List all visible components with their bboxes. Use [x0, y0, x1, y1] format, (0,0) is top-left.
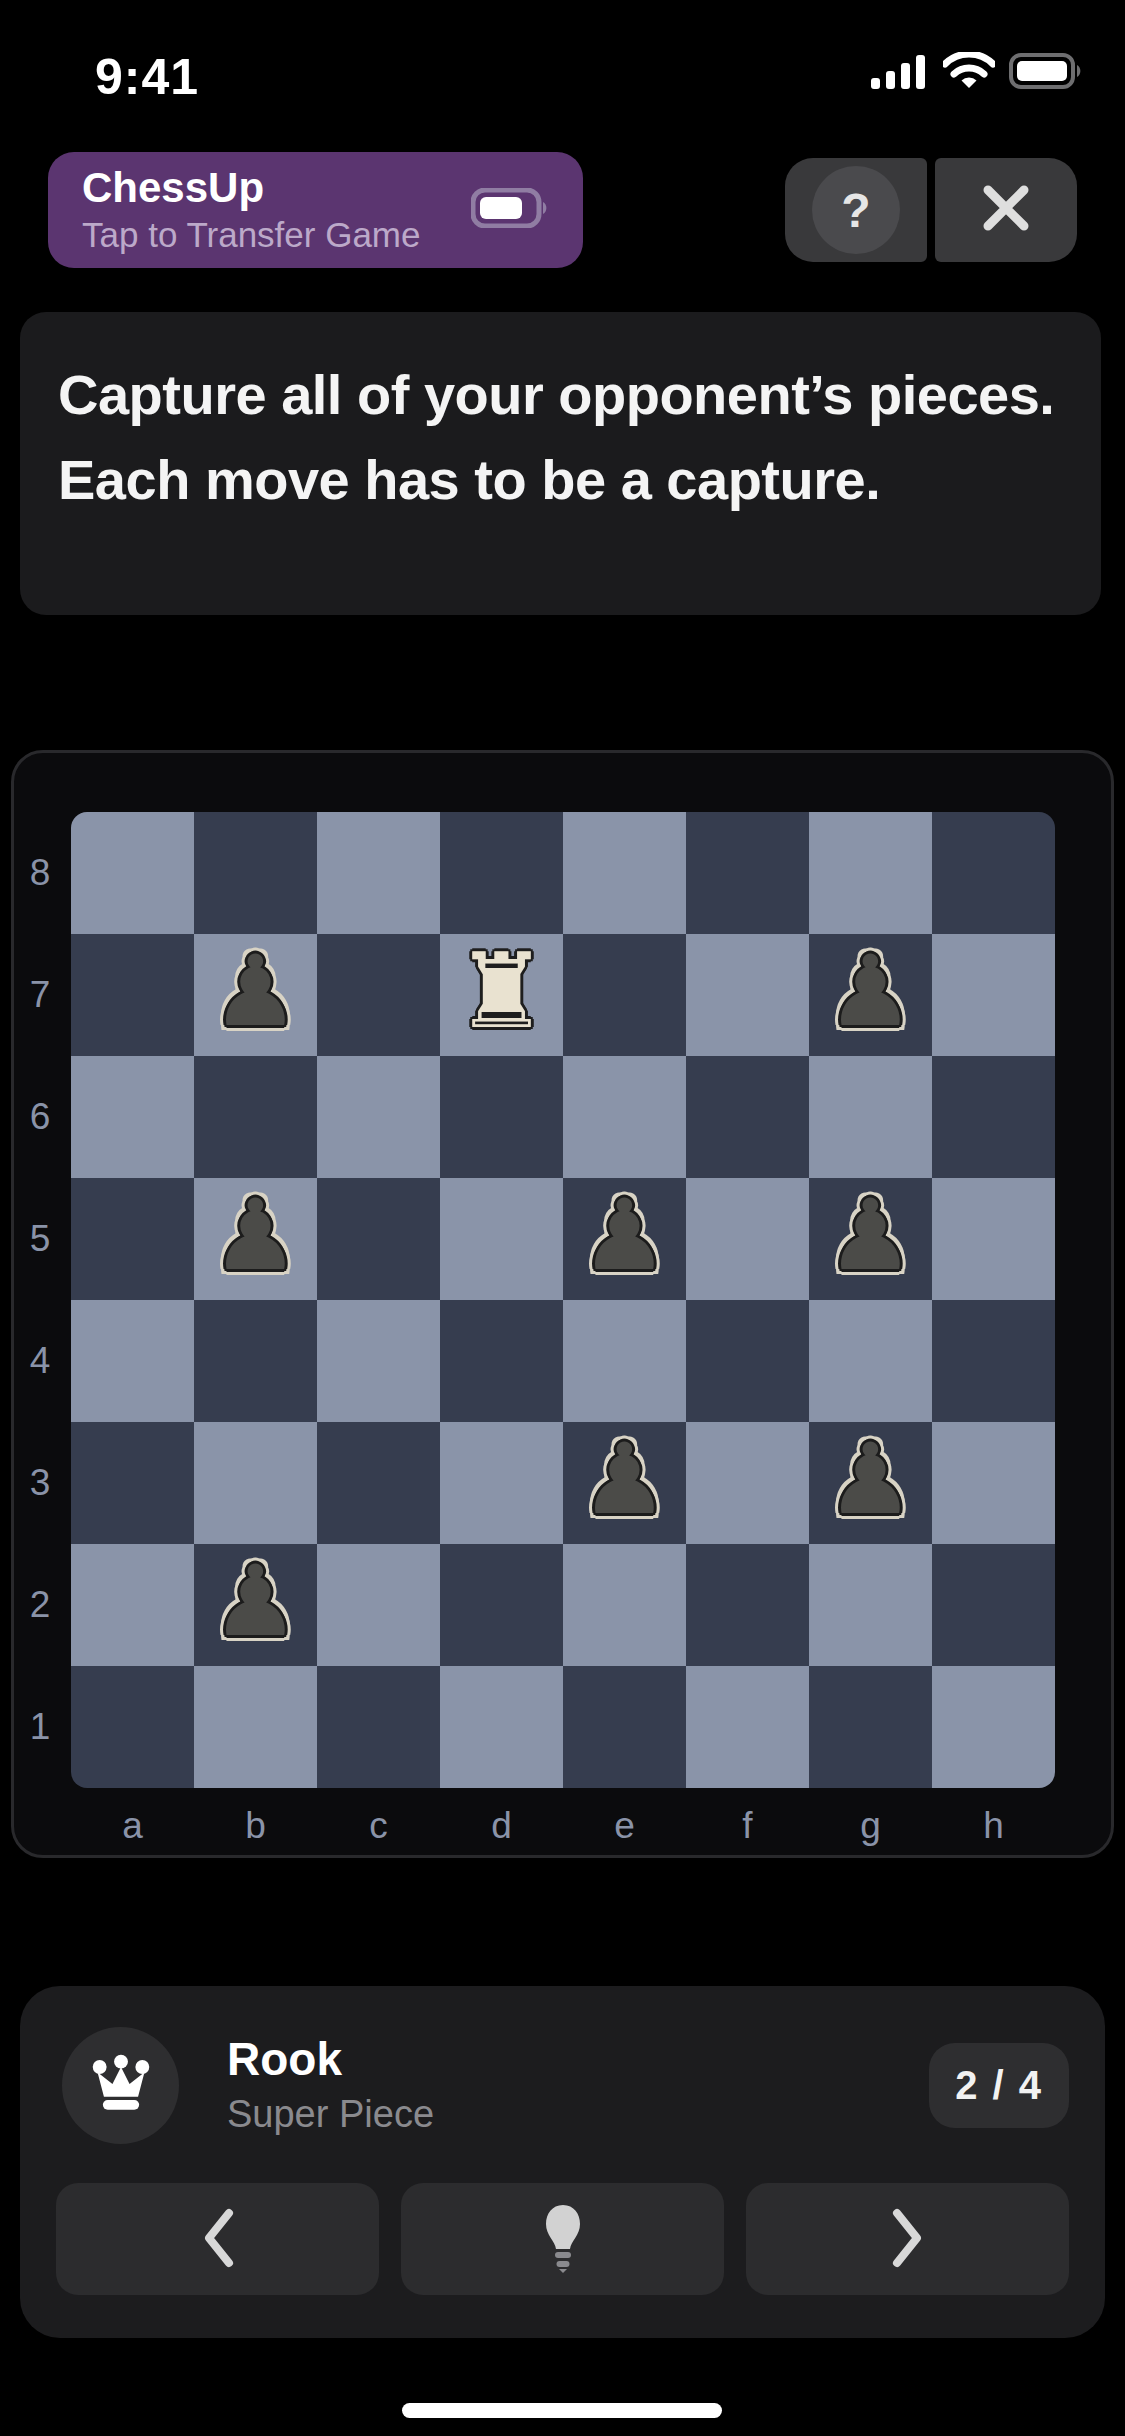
piece-type: Super Piece	[227, 2093, 929, 2135]
square-d6[interactable]	[440, 1056, 563, 1178]
file-label-d: d	[440, 1798, 563, 1854]
square-c7[interactable]	[317, 934, 440, 1056]
rank-label-4: 4	[16, 1300, 64, 1422]
square-a2[interactable]	[71, 1544, 194, 1666]
square-e3[interactable]: ♟	[563, 1422, 686, 1544]
black-pawn-b5: ♟	[212, 1186, 300, 1284]
square-h2[interactable]	[932, 1544, 1055, 1666]
file-label-c: c	[317, 1798, 440, 1854]
file-label-b: b	[194, 1798, 317, 1854]
square-c3[interactable]	[317, 1422, 440, 1544]
square-c5[interactable]	[317, 1178, 440, 1300]
rank-label-1: 1	[16, 1666, 64, 1788]
square-f1[interactable]	[686, 1666, 809, 1788]
status-icons	[871, 52, 1083, 94]
square-e7[interactable]	[563, 934, 686, 1056]
square-a5[interactable]	[71, 1178, 194, 1300]
square-b1[interactable]	[194, 1666, 317, 1788]
progress-badge: 2 / 4	[929, 2043, 1069, 2128]
square-a4[interactable]	[71, 1300, 194, 1422]
device-battery-icon	[471, 188, 549, 232]
header-button-group: ?	[785, 158, 1077, 262]
instruction-card: Capture all of your opponent’s pieces. E…	[20, 312, 1101, 615]
square-a1[interactable]	[71, 1666, 194, 1788]
square-f6[interactable]	[686, 1056, 809, 1178]
square-e5[interactable]: ♟	[563, 1178, 686, 1300]
square-b3[interactable]	[194, 1422, 317, 1544]
square-g5[interactable]: ♟	[809, 1178, 932, 1300]
square-d3[interactable]	[440, 1422, 563, 1544]
chevron-right-icon	[891, 2207, 925, 2272]
square-a7[interactable]	[71, 934, 194, 1056]
square-b8[interactable]	[194, 812, 317, 934]
square-g3[interactable]: ♟	[809, 1422, 932, 1544]
transfer-banner[interactable]: ChessUp Tap to Transfer Game	[48, 152, 583, 268]
square-g8[interactable]	[809, 812, 932, 934]
chess-board[interactable]: ♟♜♟♟♟♟♟♟♟	[71, 812, 1055, 1788]
square-f5[interactable]	[686, 1178, 809, 1300]
square-f7[interactable]	[686, 934, 809, 1056]
square-g7[interactable]: ♟	[809, 934, 932, 1056]
crown-badge	[62, 2027, 179, 2144]
file-labels: abcdefgh	[71, 1798, 1055, 1854]
square-b4[interactable]	[194, 1300, 317, 1422]
square-d1[interactable]	[440, 1666, 563, 1788]
home-indicator[interactable]	[402, 2403, 722, 2418]
rank-labels: 87654321	[16, 812, 64, 1788]
square-h7[interactable]	[932, 934, 1055, 1056]
square-g2[interactable]	[809, 1544, 932, 1666]
panel-buttons	[56, 2183, 1069, 2295]
chevron-left-icon	[201, 2207, 235, 2272]
square-f2[interactable]	[686, 1544, 809, 1666]
square-e8[interactable]	[563, 812, 686, 934]
wifi-icon	[943, 52, 995, 94]
black-pawn-b7: ♟	[212, 942, 300, 1040]
square-h8[interactable]	[932, 812, 1055, 934]
square-c1[interactable]	[317, 1666, 440, 1788]
crown-icon	[89, 2054, 153, 2116]
square-g6[interactable]	[809, 1056, 932, 1178]
file-label-h: h	[932, 1798, 1055, 1854]
square-f8[interactable]	[686, 812, 809, 934]
rank-label-8: 8	[16, 812, 64, 934]
signal-icon	[871, 53, 929, 93]
square-d5[interactable]	[440, 1178, 563, 1300]
black-pawn-g3: ♟	[827, 1430, 915, 1528]
square-b7[interactable]: ♟	[194, 934, 317, 1056]
square-e4[interactable]	[563, 1300, 686, 1422]
file-label-a: a	[71, 1798, 194, 1854]
square-b5[interactable]: ♟	[194, 1178, 317, 1300]
rank-label-2: 2	[16, 1544, 64, 1666]
square-h4[interactable]	[932, 1300, 1055, 1422]
square-e1[interactable]	[563, 1666, 686, 1788]
status-time: 9:41	[95, 48, 199, 106]
banner-subtitle: Tap to Transfer Game	[82, 215, 420, 255]
square-d4[interactable]	[440, 1300, 563, 1422]
square-b2[interactable]: ♟	[194, 1544, 317, 1666]
instruction-text: Capture all of your opponent’s pieces. E…	[58, 352, 1063, 522]
square-c4[interactable]	[317, 1300, 440, 1422]
square-d7[interactable]: ♜	[440, 934, 563, 1056]
square-g4[interactable]	[809, 1300, 932, 1422]
square-d8[interactable]	[440, 812, 563, 934]
file-label-g: g	[809, 1798, 932, 1854]
square-a6[interactable]	[71, 1056, 194, 1178]
square-h5[interactable]	[932, 1178, 1055, 1300]
square-e6[interactable]	[563, 1056, 686, 1178]
rank-label-5: 5	[16, 1178, 64, 1300]
rank-label-3: 3	[16, 1422, 64, 1544]
square-g1[interactable]	[809, 1666, 932, 1788]
black-pawn-e5: ♟	[581, 1186, 669, 1284]
square-f3[interactable]	[686, 1422, 809, 1544]
black-pawn-b2: ♟	[212, 1552, 300, 1650]
square-c6[interactable]	[317, 1056, 440, 1178]
rank-label-6: 6	[16, 1056, 64, 1178]
question-icon: ?	[812, 166, 900, 254]
square-d2[interactable]	[440, 1544, 563, 1666]
white-rook-d7: ♜	[455, 939, 548, 1043]
black-pawn-g7: ♟	[827, 942, 915, 1040]
square-f4[interactable]	[686, 1300, 809, 1422]
piece-panel: Rook Super Piece 2 / 4	[20, 1986, 1105, 2338]
panel-header: Rook Super Piece 2 / 4	[62, 2026, 1069, 2144]
close-button[interactable]	[935, 158, 1077, 262]
file-label-e: e	[563, 1798, 686, 1854]
square-h6[interactable]	[932, 1056, 1055, 1178]
piece-name: Rook	[227, 2035, 929, 2083]
lightbulb-icon	[542, 2203, 584, 2276]
square-h3[interactable]	[932, 1422, 1055, 1544]
square-e2[interactable]	[563, 1544, 686, 1666]
black-pawn-e3: ♟	[581, 1430, 669, 1528]
square-c8[interactable]	[317, 812, 440, 934]
square-b6[interactable]	[194, 1056, 317, 1178]
square-c2[interactable]	[317, 1544, 440, 1666]
hint-button[interactable]	[401, 2183, 724, 2295]
black-pawn-g5: ♟	[827, 1186, 915, 1284]
previous-button[interactable]	[56, 2183, 379, 2295]
battery-icon	[1009, 53, 1083, 93]
close-icon	[980, 182, 1032, 238]
square-a3[interactable]	[71, 1422, 194, 1544]
square-a8[interactable]	[71, 812, 194, 934]
next-button[interactable]	[746, 2183, 1069, 2295]
help-button[interactable]: ?	[785, 158, 927, 262]
rank-label-7: 7	[16, 934, 64, 1056]
file-label-f: f	[686, 1798, 809, 1854]
banner-app-name: ChessUp	[82, 165, 420, 211]
square-h1[interactable]	[932, 1666, 1055, 1788]
